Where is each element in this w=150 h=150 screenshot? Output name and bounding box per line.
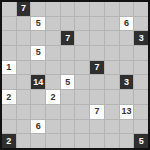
cell-r2c5[interactable]: [61, 17, 75, 31]
cell-r6c1[interactable]: [2, 75, 16, 89]
cell-r2c7[interactable]: [90, 17, 104, 31]
cell-r10c6[interactable]: [75, 134, 89, 148]
cell-r1c1[interactable]: [2, 2, 16, 16]
cell-r2c2[interactable]: [17, 17, 31, 31]
cell-r5c1[interactable]: 1: [2, 61, 16, 75]
cell-r10c1[interactable]: 2: [2, 134, 16, 148]
cell-r10c9[interactable]: [120, 134, 134, 148]
cell-r10c8[interactable]: [105, 134, 119, 148]
cell-r6c8[interactable]: [105, 75, 119, 89]
cell-r7c10[interactable]: [134, 90, 148, 104]
cell-r10c10[interactable]: 5: [134, 134, 148, 148]
cell-r8c9[interactable]: 13: [120, 105, 134, 119]
cell-r5c7[interactable]: 7: [90, 61, 104, 75]
cell-r4c1[interactable]: [2, 46, 16, 60]
cell-r1c3[interactable]: [31, 2, 45, 16]
cell-r5c8[interactable]: [105, 61, 119, 75]
cell-r1c8[interactable]: [105, 2, 119, 16]
cell-r6c9[interactable]: 3: [120, 75, 134, 89]
cell-r3c2[interactable]: [17, 31, 31, 45]
cell-r8c3[interactable]: [31, 105, 45, 119]
cell-r9c1[interactable]: [2, 120, 16, 134]
cell-r7c2[interactable]: [17, 90, 31, 104]
cell-r6c5[interactable]: 5: [61, 75, 75, 89]
puzzle-board: 75673517145322713625: [0, 0, 150, 150]
cell-r6c3[interactable]: 14: [31, 75, 45, 89]
cell-r9c3[interactable]: 6: [31, 120, 45, 134]
cell-r10c7[interactable]: [90, 134, 104, 148]
cell-r1c6[interactable]: [75, 2, 89, 16]
cell-r7c8[interactable]: [105, 90, 119, 104]
cell-r7c6[interactable]: [75, 90, 89, 104]
cell-r1c10[interactable]: [134, 2, 148, 16]
cell-r4c5[interactable]: [61, 46, 75, 60]
cell-r6c6[interactable]: [75, 75, 89, 89]
cell-r5c4[interactable]: [46, 61, 60, 75]
cell-r3c6[interactable]: [75, 31, 89, 45]
cell-r4c10[interactable]: [134, 46, 148, 60]
cell-r5c2[interactable]: [17, 61, 31, 75]
cell-r9c5[interactable]: [61, 120, 75, 134]
cell-r3c4[interactable]: [46, 31, 60, 45]
cell-r8c1[interactable]: [2, 105, 16, 119]
cell-r5c5[interactable]: [61, 61, 75, 75]
cell-r9c2[interactable]: [17, 120, 31, 134]
cell-r3c1[interactable]: [2, 31, 16, 45]
cell-r6c10[interactable]: [134, 75, 148, 89]
cell-r1c5[interactable]: [61, 2, 75, 16]
cell-r6c4[interactable]: [46, 75, 60, 89]
cell-r1c7[interactable]: [90, 2, 104, 16]
cell-r10c4[interactable]: [46, 134, 60, 148]
cell-r7c7[interactable]: [90, 90, 104, 104]
cell-r2c6[interactable]: [75, 17, 89, 31]
cell-r7c4[interactable]: 2: [46, 90, 60, 104]
cell-r3c9[interactable]: [120, 31, 134, 45]
cell-r5c6[interactable]: [75, 61, 89, 75]
cell-r2c9[interactable]: 6: [120, 17, 134, 31]
cell-r10c3[interactable]: [31, 134, 45, 148]
cell-r4c3[interactable]: 5: [31, 46, 45, 60]
cell-r9c10[interactable]: [134, 120, 148, 134]
cell-r10c2[interactable]: [17, 134, 31, 148]
cell-r8c8[interactable]: [105, 105, 119, 119]
cell-r4c6[interactable]: [75, 46, 89, 60]
cell-r2c1[interactable]: [2, 17, 16, 31]
cell-r1c9[interactable]: [120, 2, 134, 16]
cell-r1c2[interactable]: 7: [17, 2, 31, 16]
cell-r5c10[interactable]: [134, 61, 148, 75]
cell-r7c1[interactable]: 2: [2, 90, 16, 104]
cell-r3c10[interactable]: 3: [134, 31, 148, 45]
cell-r7c9[interactable]: [120, 90, 134, 104]
cell-r8c10[interactable]: [134, 105, 148, 119]
cell-r3c8[interactable]: [105, 31, 119, 45]
cell-r5c3[interactable]: [31, 61, 45, 75]
cell-r2c8[interactable]: [105, 17, 119, 31]
cell-r7c3[interactable]: [31, 90, 45, 104]
cell-r9c8[interactable]: [105, 120, 119, 134]
cell-r9c6[interactable]: [75, 120, 89, 134]
cell-r4c9[interactable]: [120, 46, 134, 60]
cell-r7c5[interactable]: [61, 90, 75, 104]
cell-r8c7[interactable]: 7: [90, 105, 104, 119]
cell-r2c3[interactable]: 5: [31, 17, 45, 31]
cell-r4c7[interactable]: [90, 46, 104, 60]
cell-r10c5[interactable]: [61, 134, 75, 148]
cell-r9c4[interactable]: [46, 120, 60, 134]
cell-r8c5[interactable]: [61, 105, 75, 119]
cell-r1c4[interactable]: [46, 2, 60, 16]
cell-r9c9[interactable]: [120, 120, 134, 134]
cell-r8c4[interactable]: [46, 105, 60, 119]
cell-r8c2[interactable]: [17, 105, 31, 119]
cell-r2c4[interactable]: [46, 17, 60, 31]
cell-r3c7[interactable]: [90, 31, 104, 45]
cell-r8c6[interactable]: [75, 105, 89, 119]
cell-r3c3[interactable]: [31, 31, 45, 45]
cell-r4c2[interactable]: [17, 46, 31, 60]
cell-r9c7[interactable]: [90, 120, 104, 134]
cell-r3c5[interactable]: 7: [61, 31, 75, 45]
cell-r6c7[interactable]: [90, 75, 104, 89]
cell-r5c9[interactable]: [120, 61, 134, 75]
cell-r2c10[interactable]: [134, 17, 148, 31]
cell-r4c8[interactable]: [105, 46, 119, 60]
cell-r4c4[interactable]: [46, 46, 60, 60]
cell-r6c2[interactable]: [17, 75, 31, 89]
